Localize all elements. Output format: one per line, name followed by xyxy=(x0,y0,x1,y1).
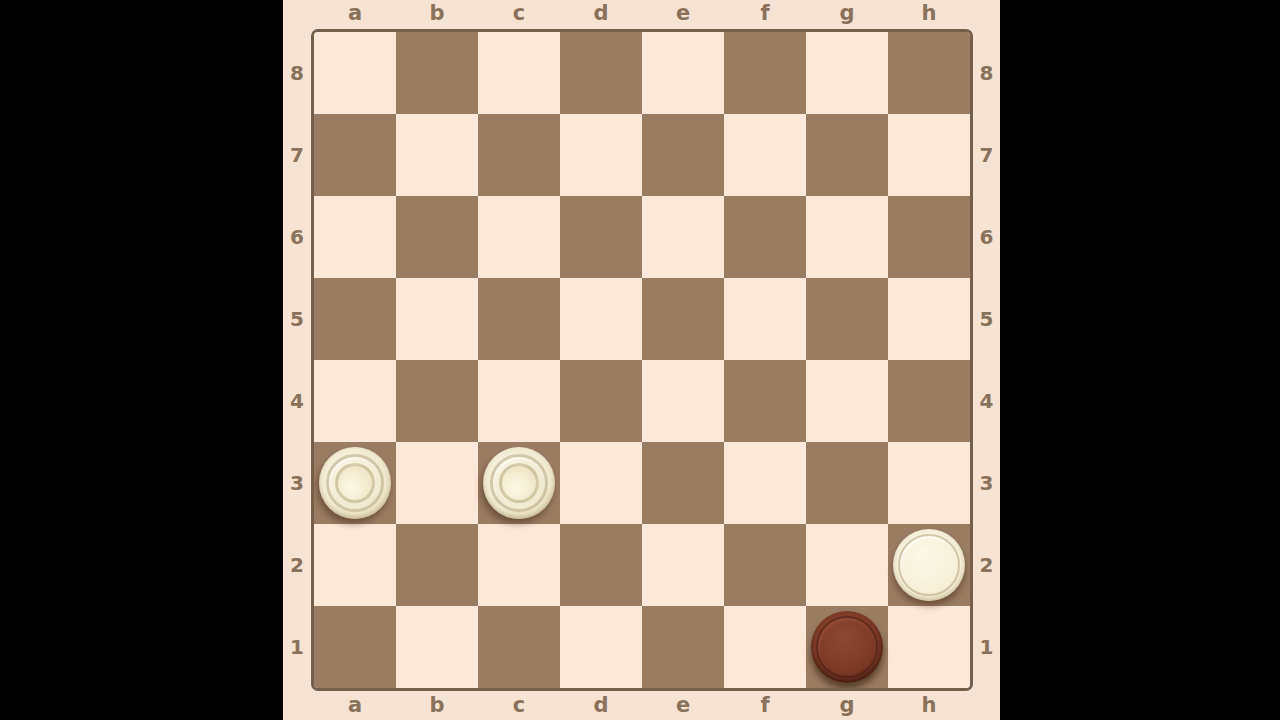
square-h8[interactable] xyxy=(888,32,970,114)
square-a6 xyxy=(314,196,396,278)
square-c6 xyxy=(478,196,560,278)
file-label-h-bottom: h xyxy=(888,692,970,718)
square-c3[interactable] xyxy=(478,442,560,524)
square-b2[interactable] xyxy=(396,524,478,606)
rank-label-2-left: 2 xyxy=(283,524,311,606)
square-g2 xyxy=(806,524,888,606)
square-d2[interactable] xyxy=(560,524,642,606)
file-label-a-top: a xyxy=(314,0,396,29)
square-g1[interactable] xyxy=(806,606,888,688)
square-a1[interactable] xyxy=(314,606,396,688)
white-checker-a3[interactable] xyxy=(319,447,391,519)
file-label-g-bottom: g xyxy=(806,692,888,718)
file-label-c-top: c xyxy=(478,0,560,29)
rank-label-5-right: 5 xyxy=(973,278,1000,360)
square-d7 xyxy=(560,114,642,196)
letterbox-left xyxy=(0,0,283,720)
square-c7[interactable] xyxy=(478,114,560,196)
board-frame: abcdefgh abcdefgh 87654321 87654321 xyxy=(283,0,1000,720)
square-d8[interactable] xyxy=(560,32,642,114)
square-h7 xyxy=(888,114,970,196)
rank-label-4-left: 4 xyxy=(283,360,311,442)
rank-label-3-left: 3 xyxy=(283,442,311,524)
white-checker-h2[interactable] xyxy=(893,529,965,601)
square-g3[interactable] xyxy=(806,442,888,524)
square-f2[interactable] xyxy=(724,524,806,606)
square-c1[interactable] xyxy=(478,606,560,688)
file-label-b-bottom: b xyxy=(396,692,478,718)
square-a3[interactable] xyxy=(314,442,396,524)
square-h1 xyxy=(888,606,970,688)
square-b4[interactable] xyxy=(396,360,478,442)
square-g5[interactable] xyxy=(806,278,888,360)
square-d5 xyxy=(560,278,642,360)
rank-labels-left: 87654321 xyxy=(283,32,311,688)
square-g4 xyxy=(806,360,888,442)
file-label-d-bottom: d xyxy=(560,692,642,718)
square-d3 xyxy=(560,442,642,524)
file-label-e-top: e xyxy=(642,0,724,29)
rank-label-7-left: 7 xyxy=(283,114,311,196)
square-e1[interactable] xyxy=(642,606,724,688)
square-g6 xyxy=(806,196,888,278)
square-g8 xyxy=(806,32,888,114)
square-h3 xyxy=(888,442,970,524)
square-e5[interactable] xyxy=(642,278,724,360)
square-e7[interactable] xyxy=(642,114,724,196)
file-label-c-bottom: c xyxy=(478,692,560,718)
square-h6[interactable] xyxy=(888,196,970,278)
file-label-h-top: h xyxy=(888,0,970,29)
white-checker-c3[interactable] xyxy=(483,447,555,519)
square-b8[interactable] xyxy=(396,32,478,114)
square-e4 xyxy=(642,360,724,442)
rank-labels-right: 87654321 xyxy=(973,32,1000,688)
square-c4 xyxy=(478,360,560,442)
file-label-a-bottom: a xyxy=(314,692,396,718)
square-f8[interactable] xyxy=(724,32,806,114)
rank-label-2-right: 2 xyxy=(973,524,1000,606)
square-e6 xyxy=(642,196,724,278)
rank-label-7-right: 7 xyxy=(973,114,1000,196)
rank-label-6-right: 6 xyxy=(973,196,1000,278)
board-grid xyxy=(311,29,973,691)
file-label-d-top: d xyxy=(560,0,642,29)
square-f4[interactable] xyxy=(724,360,806,442)
file-label-f-bottom: f xyxy=(724,692,806,718)
square-a5[interactable] xyxy=(314,278,396,360)
square-a8 xyxy=(314,32,396,114)
square-d6[interactable] xyxy=(560,196,642,278)
file-label-e-bottom: e xyxy=(642,692,724,718)
rank-label-1-left: 1 xyxy=(283,606,311,688)
rank-label-3-right: 3 xyxy=(973,442,1000,524)
square-a7[interactable] xyxy=(314,114,396,196)
screenshot-stage: abcdefgh abcdefgh 87654321 87654321 xyxy=(0,0,1280,720)
rank-label-8-left: 8 xyxy=(283,32,311,114)
square-b5 xyxy=(396,278,478,360)
rank-label-6-left: 6 xyxy=(283,196,311,278)
square-f5 xyxy=(724,278,806,360)
rank-label-4-right: 4 xyxy=(973,360,1000,442)
square-c2 xyxy=(478,524,560,606)
file-labels-bottom: abcdefgh xyxy=(314,692,970,718)
square-h2[interactable] xyxy=(888,524,970,606)
rank-label-8-right: 8 xyxy=(973,32,1000,114)
square-e3[interactable] xyxy=(642,442,724,524)
square-h4[interactable] xyxy=(888,360,970,442)
square-f1 xyxy=(724,606,806,688)
square-e8 xyxy=(642,32,724,114)
square-h5 xyxy=(888,278,970,360)
square-a4 xyxy=(314,360,396,442)
square-d1 xyxy=(560,606,642,688)
square-b1 xyxy=(396,606,478,688)
square-b7 xyxy=(396,114,478,196)
letterbox-right xyxy=(1000,0,1280,720)
square-g7[interactable] xyxy=(806,114,888,196)
square-f7 xyxy=(724,114,806,196)
square-c8 xyxy=(478,32,560,114)
square-d4[interactable] xyxy=(560,360,642,442)
square-e2 xyxy=(642,524,724,606)
rank-label-1-right: 1 xyxy=(973,606,1000,688)
square-c5[interactable] xyxy=(478,278,560,360)
file-label-f-top: f xyxy=(724,0,806,29)
file-label-g-top: g xyxy=(806,0,888,29)
square-f3 xyxy=(724,442,806,524)
black-checker-g1[interactable] xyxy=(811,611,883,683)
file-label-b-top: b xyxy=(396,0,478,29)
rank-label-5-left: 5 xyxy=(283,278,311,360)
square-b3 xyxy=(396,442,478,524)
file-labels-top: abcdefgh xyxy=(314,0,970,29)
square-f6[interactable] xyxy=(724,196,806,278)
square-b6[interactable] xyxy=(396,196,478,278)
square-a2 xyxy=(314,524,396,606)
